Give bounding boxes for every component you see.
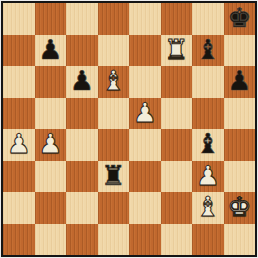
square-c1[interactable]	[66, 224, 98, 256]
square-g6[interactable]	[192, 66, 224, 98]
square-a6[interactable]	[3, 66, 35, 98]
square-g7[interactable]: ♝	[192, 35, 224, 67]
chess-board: ♚♟♜♝♟♝♟♟♟♟♝♜♟♝♚	[1, 1, 257, 257]
square-c6[interactable]: ♟	[66, 66, 98, 98]
square-g2[interactable]: ♝	[192, 192, 224, 224]
black-bishop-g4[interactable]: ♝	[196, 130, 220, 157]
square-c5[interactable]	[66, 98, 98, 130]
square-d5[interactable]	[98, 98, 130, 130]
square-f3[interactable]	[161, 161, 193, 193]
square-c7[interactable]	[66, 35, 98, 67]
square-d2[interactable]	[98, 192, 130, 224]
square-h8[interactable]: ♚	[224, 3, 256, 35]
square-h7[interactable]	[224, 35, 256, 67]
square-a7[interactable]	[3, 35, 35, 67]
square-e2[interactable]	[129, 192, 161, 224]
square-a8[interactable]	[3, 3, 35, 35]
square-b2[interactable]	[35, 192, 67, 224]
white-king-h2[interactable]: ♚	[227, 193, 251, 220]
square-c8[interactable]	[66, 3, 98, 35]
square-d7[interactable]	[98, 35, 130, 67]
square-f7[interactable]: ♜	[161, 35, 193, 67]
square-h6[interactable]: ♟	[224, 66, 256, 98]
white-pawn-a4[interactable]: ♟	[7, 130, 31, 157]
square-g1[interactable]	[192, 224, 224, 256]
white-rook-f7[interactable]: ♜	[164, 36, 188, 63]
square-a3[interactable]	[3, 161, 35, 193]
square-f4[interactable]	[161, 129, 193, 161]
black-pawn-h6[interactable]: ♟	[227, 67, 251, 94]
square-c2[interactable]	[66, 192, 98, 224]
square-a2[interactable]	[3, 192, 35, 224]
black-bishop-g7[interactable]: ♝	[196, 36, 220, 63]
square-d8[interactable]	[98, 3, 130, 35]
square-e8[interactable]	[129, 3, 161, 35]
black-pawn-b7[interactable]: ♟	[38, 36, 62, 63]
square-e6[interactable]	[129, 66, 161, 98]
board-frame: ♚♟♜♝♟♝♟♟♟♟♝♜♟♝♚	[0, 0, 258, 258]
black-rook-d3[interactable]: ♜	[101, 162, 125, 189]
square-g8[interactable]	[192, 3, 224, 35]
square-d1[interactable]	[98, 224, 130, 256]
square-b4[interactable]: ♟	[35, 129, 67, 161]
square-d3[interactable]: ♜	[98, 161, 130, 193]
black-king-h8[interactable]: ♚	[227, 4, 251, 31]
square-a1[interactable]	[3, 224, 35, 256]
square-d4[interactable]	[98, 129, 130, 161]
square-c3[interactable]	[66, 161, 98, 193]
square-d6[interactable]: ♝	[98, 66, 130, 98]
square-b7[interactable]: ♟	[35, 35, 67, 67]
square-h3[interactable]	[224, 161, 256, 193]
square-e7[interactable]	[129, 35, 161, 67]
square-c4[interactable]	[66, 129, 98, 161]
square-h5[interactable]	[224, 98, 256, 130]
square-h2[interactable]: ♚	[224, 192, 256, 224]
white-bishop-d6[interactable]: ♝	[101, 67, 125, 94]
square-f2[interactable]	[161, 192, 193, 224]
square-f6[interactable]	[161, 66, 193, 98]
square-g4[interactable]: ♝	[192, 129, 224, 161]
square-h1[interactable]	[224, 224, 256, 256]
white-pawn-b4[interactable]: ♟	[38, 130, 62, 157]
black-pawn-c6[interactable]: ♟	[70, 67, 94, 94]
white-pawn-g3[interactable]: ♟	[196, 162, 220, 189]
square-g3[interactable]: ♟	[192, 161, 224, 193]
square-a4[interactable]: ♟	[3, 129, 35, 161]
white-pawn-e5[interactable]: ♟	[133, 99, 157, 126]
square-b1[interactable]	[35, 224, 67, 256]
square-f5[interactable]	[161, 98, 193, 130]
square-f1[interactable]	[161, 224, 193, 256]
square-b5[interactable]	[35, 98, 67, 130]
square-h4[interactable]	[224, 129, 256, 161]
square-e5[interactable]: ♟	[129, 98, 161, 130]
square-b8[interactable]	[35, 3, 67, 35]
square-f8[interactable]	[161, 3, 193, 35]
square-e1[interactable]	[129, 224, 161, 256]
square-e4[interactable]	[129, 129, 161, 161]
square-e3[interactable]	[129, 161, 161, 193]
square-b6[interactable]	[35, 66, 67, 98]
square-a5[interactable]	[3, 98, 35, 130]
square-g5[interactable]	[192, 98, 224, 130]
white-bishop-g2[interactable]: ♝	[196, 193, 220, 220]
square-b3[interactable]	[35, 161, 67, 193]
